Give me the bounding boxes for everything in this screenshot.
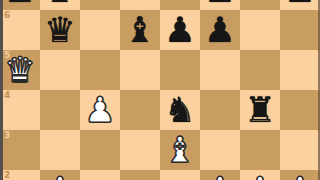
square-b6[interactable]: ♛ [40,10,80,50]
square-c5[interactable] [80,50,120,90]
square-h2[interactable]: ♟ [280,170,320,180]
square-c6[interactable] [80,10,120,50]
square-e5[interactable] [160,50,200,90]
square-f3[interactable] [200,130,240,170]
square-h6[interactable] [280,10,320,50]
white-pawn-h2[interactable]: ♟ [280,170,320,180]
square-g5[interactable] [240,50,280,90]
square-g6[interactable] [240,10,280,50]
rank-label-4: 4 [4,90,10,100]
black-pawn-e6[interactable]: ♟ [160,10,200,50]
rank-label-3: 3 [4,130,10,140]
white-pawn-g2[interactable]: ♟ [240,170,280,180]
square-h4[interactable] [280,90,320,130]
square-d6[interactable]: ♝ [120,10,160,50]
square-b2[interactable]: ♟ [40,170,80,180]
square-e4[interactable]: ♞ [160,90,200,130]
square-c7[interactable] [80,0,120,10]
black-rook-g4[interactable]: ♜ [240,90,280,130]
square-h3[interactable] [280,130,320,170]
square-d3[interactable] [120,130,160,170]
square-a2[interactable]: 2 [0,170,40,180]
square-b5[interactable] [40,50,80,90]
left-edge-strip [0,0,3,180]
square-a3[interactable]: 3 [0,130,40,170]
square-d7[interactable] [120,0,160,10]
square-d2[interactable] [120,170,160,180]
square-f6[interactable]: ♟ [200,10,240,50]
white-pawn-c4[interactable]: ♟ [80,90,120,130]
square-a5[interactable]: 5♛ [0,50,40,90]
square-c2[interactable] [80,170,120,180]
square-g7[interactable] [240,0,280,10]
black-pawn-f7[interactable]: ♟ [200,0,240,10]
square-h7[interactable]: ♟ [280,0,320,10]
black-bishop-b7[interactable]: ♝ [40,0,80,10]
square-a6[interactable]: 6 [0,10,40,50]
square-g4[interactable]: ♜ [240,90,280,130]
square-h5[interactable] [280,50,320,90]
black-pawn-f6[interactable]: ♟ [200,10,240,50]
black-bishop-d6[interactable]: ♝ [120,10,160,50]
square-f4[interactable] [200,90,240,130]
square-e7[interactable] [160,0,200,10]
square-e3[interactable]: ♝ [160,130,200,170]
square-a7[interactable]: ♟ [0,0,40,10]
square-d5[interactable] [120,50,160,90]
black-queen-b6[interactable]: ♛ [40,10,80,50]
chess-board-screenshot: ♟♝♟♟6♛♝♟♟5♛4♟♞♜3♝2♟♟♟♟ [0,0,320,180]
square-b7[interactable]: ♝ [40,0,80,10]
square-d4[interactable] [120,90,160,130]
rank-label-2: 2 [4,170,10,180]
square-b4[interactable] [40,90,80,130]
white-pawn-b2[interactable]: ♟ [40,170,80,180]
black-pawn-a7[interactable]: ♟ [0,0,40,10]
chess-board[interactable]: ♟♝♟♟6♛♝♟♟5♛4♟♞♜3♝2♟♟♟♟ [0,0,320,180]
black-pawn-h7[interactable]: ♟ [280,0,320,10]
square-c3[interactable] [80,130,120,170]
square-a4[interactable]: 4 [0,90,40,130]
square-g2[interactable]: ♟ [240,170,280,180]
square-e2[interactable] [160,170,200,180]
square-f5[interactable] [200,50,240,90]
white-pawn-f2[interactable]: ♟ [200,170,240,180]
square-f2[interactable]: ♟ [200,170,240,180]
black-knight-e4[interactable]: ♞ [160,90,200,130]
square-b3[interactable] [40,130,80,170]
square-e6[interactable]: ♟ [160,10,200,50]
white-bishop-e3[interactable]: ♝ [160,130,200,170]
rank-label-6: 6 [4,10,10,20]
square-f7[interactable]: ♟ [200,0,240,10]
white-queen-a5[interactable]: ♛ [0,50,40,90]
square-c4[interactable]: ♟ [80,90,120,130]
square-g3[interactable] [240,130,280,170]
